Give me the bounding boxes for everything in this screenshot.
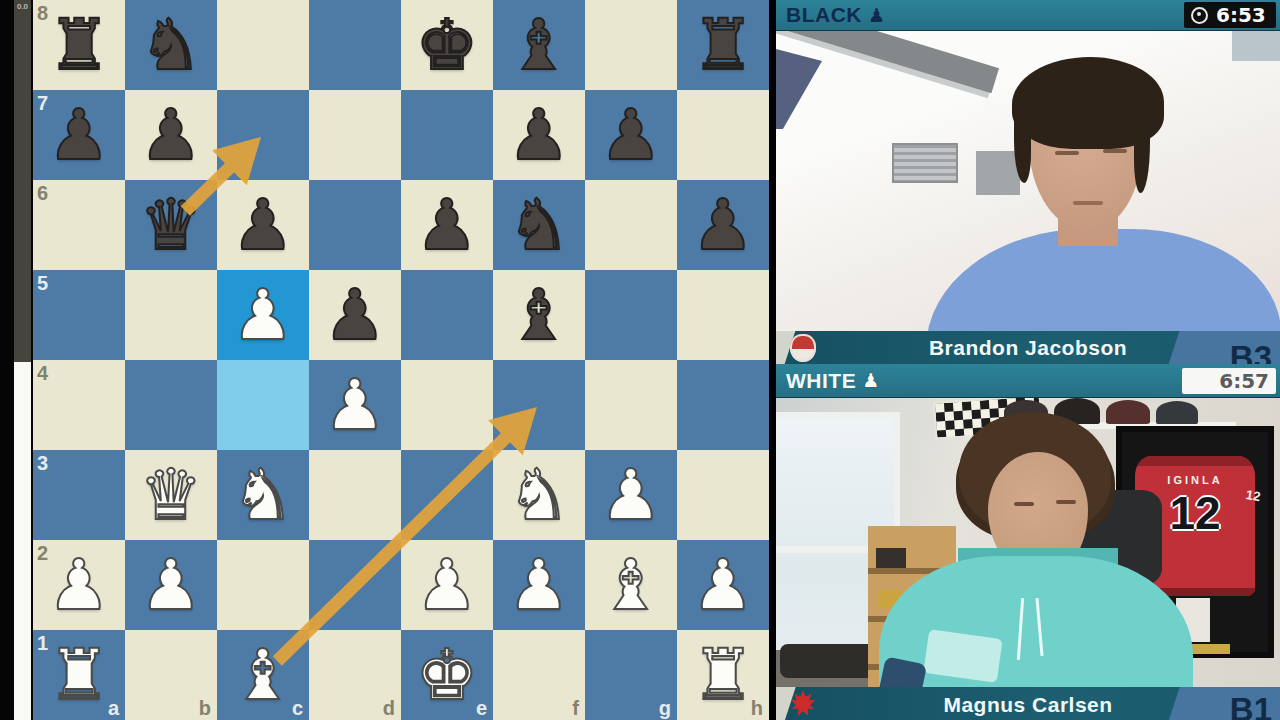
square-c6[interactable]: ♟ xyxy=(217,180,309,270)
square-d4[interactable]: ♟ xyxy=(309,360,401,450)
file-label-b: b xyxy=(199,697,211,720)
webcam-black-player: Brandon Jacobson B3 xyxy=(776,30,1280,364)
square-d3[interactable] xyxy=(309,450,401,540)
piece-white-pawn[interactable]: ♟ xyxy=(677,540,769,630)
player-mouth xyxy=(1073,201,1103,205)
square-f4[interactable] xyxy=(493,360,585,450)
piece-black-pawn[interactable]: ♟ xyxy=(217,180,309,270)
square-b3[interactable]: ♛ xyxy=(125,450,217,540)
black-clock-time: 6:53 xyxy=(1216,3,1266,27)
player-hair-side xyxy=(1134,109,1150,193)
square-a5[interactable]: 5 xyxy=(33,270,125,360)
square-b1[interactable]: b xyxy=(125,630,217,720)
eval-score: 0.0 xyxy=(14,2,31,11)
square-a1[interactable]: 1a♜ xyxy=(33,630,125,720)
square-d8[interactable] xyxy=(309,0,401,90)
square-d5[interactable]: ♟ xyxy=(309,270,401,360)
black-pawn-icon: ♟ xyxy=(868,6,885,25)
square-f2[interactable]: ♟ xyxy=(493,540,585,630)
square-g2[interactable]: ♝ xyxy=(585,540,677,630)
square-b6[interactable]: ♛ xyxy=(125,180,217,270)
file-label-e: e xyxy=(476,697,487,720)
jersey-sleeve-number: 12 xyxy=(1245,487,1262,504)
square-h2[interactable]: ♟ xyxy=(677,540,769,630)
file-label-h: h xyxy=(751,697,763,720)
square-g4[interactable] xyxy=(585,360,677,450)
square-e2[interactable]: ♟ xyxy=(401,540,493,630)
jersey-name-text: IGINLA xyxy=(1135,474,1255,486)
square-f1[interactable]: f xyxy=(493,630,585,720)
piece-black-king[interactable]: ♚ xyxy=(401,0,493,90)
piece-black-pawn[interactable]: ♟ xyxy=(309,270,401,360)
piece-white-queen[interactable]: ♛ xyxy=(125,450,217,540)
rank-label-7: 7 xyxy=(37,92,48,115)
rank-label-3: 3 xyxy=(37,452,48,475)
square-c2[interactable] xyxy=(217,540,309,630)
piece-white-pawn[interactable]: ♟ xyxy=(585,450,677,540)
player-eye xyxy=(1103,149,1127,153)
rank-label-6: 6 xyxy=(37,182,48,205)
rank-label-2: 2 xyxy=(37,542,48,565)
piece-black-bishop[interactable]: ♝ xyxy=(493,270,585,360)
square-d1[interactable]: d xyxy=(309,630,401,720)
white-clock-time: 6:57 xyxy=(1219,369,1269,393)
square-h1[interactable]: h♜ xyxy=(677,630,769,720)
square-d7[interactable] xyxy=(309,90,401,180)
square-c4[interactable] xyxy=(217,360,309,450)
rank-label-1: 1 xyxy=(37,632,48,655)
square-a8[interactable]: 8♜ xyxy=(33,0,125,90)
square-c7[interactable] xyxy=(217,90,309,180)
player-eye xyxy=(1055,151,1079,155)
white-player-bar: WHITE ♟ 6:57 xyxy=(776,364,1280,397)
square-e1[interactable]: e♚ xyxy=(401,630,493,720)
square-h7[interactable] xyxy=(677,90,769,180)
square-e6[interactable]: ♟ xyxy=(401,180,493,270)
timer-icon xyxy=(1191,7,1208,24)
square-e3[interactable] xyxy=(401,450,493,540)
square-d6[interactable] xyxy=(309,180,401,270)
square-c8[interactable] xyxy=(217,0,309,90)
square-a7[interactable]: 7♟ xyxy=(33,90,125,180)
square-e5[interactable] xyxy=(401,270,493,360)
piece-black-pawn[interactable]: ♟ xyxy=(401,180,493,270)
file-label-c: c xyxy=(292,697,303,720)
piece-black-knight[interactable]: ♞ xyxy=(125,0,217,90)
webcam-black-video xyxy=(776,31,1280,364)
piece-black-pawn[interactable]: ♟ xyxy=(125,90,217,180)
shelf-item xyxy=(876,548,906,568)
black-name-bar: Brandon Jacobson B3 xyxy=(776,331,1280,364)
piece-black-pawn[interactable]: ♟ xyxy=(493,90,585,180)
square-h6[interactable]: ♟ xyxy=(677,180,769,270)
corner-object xyxy=(776,49,822,129)
square-g5[interactable] xyxy=(585,270,677,360)
white-clock: 6:57 xyxy=(1182,368,1276,394)
square-h3[interactable] xyxy=(677,450,769,540)
square-f7[interactable]: ♟ xyxy=(493,90,585,180)
piece-white-pawn[interactable]: ♟ xyxy=(309,360,401,450)
chess-board[interactable]: 8♜♞♚♝♜7♟♟♟♟6♛♟♟♞♟5♟♟♝4♟3♛♞♞♟2♟♟♟♟♝♟1a♜bc… xyxy=(33,0,769,720)
square-g6[interactable] xyxy=(585,180,677,270)
black-player-tag: B3 xyxy=(1230,341,1272,364)
white-player-name: Magnus Carlsen xyxy=(776,693,1280,717)
webcam-white-player: IGINLA 12 12 12 xyxy=(776,397,1280,720)
square-a3[interactable]: 3 xyxy=(33,450,125,540)
white-pawn-icon: ♟ xyxy=(862,371,879,390)
wall-vent xyxy=(892,143,958,183)
square-g7[interactable]: ♟ xyxy=(585,90,677,180)
square-e7[interactable] xyxy=(401,90,493,180)
square-a2[interactable]: 2♟ xyxy=(33,540,125,630)
square-g1[interactable]: g xyxy=(585,630,677,720)
square-b8[interactable]: ♞ xyxy=(125,0,217,90)
file-label-a: a xyxy=(108,697,119,720)
square-g8[interactable] xyxy=(585,0,677,90)
square-e8[interactable]: ♚ xyxy=(401,0,493,90)
eval-strip: 0.0 xyxy=(0,0,33,720)
rank-label-5: 5 xyxy=(37,272,48,295)
player-eye xyxy=(1056,500,1076,504)
square-b7[interactable]: ♟ xyxy=(125,90,217,180)
black-player-name: Brandon Jacobson xyxy=(776,336,1280,360)
file-label-d: d xyxy=(383,697,395,720)
piece-black-bishop[interactable]: ♝ xyxy=(493,0,585,90)
board-area: 8♜♞♚♝♜7♟♟♟♟6♛♟♟♞♟5♟♟♝4♟3♛♞♞♟2♟♟♟♟♝♟1a♜bc… xyxy=(33,0,769,720)
black-clock: 6:53 xyxy=(1184,2,1276,28)
square-b2[interactable]: ♟ xyxy=(125,540,217,630)
rank-label-8: 8 xyxy=(37,2,48,25)
piece-white-bishop[interactable]: ♝ xyxy=(585,540,677,630)
white-side-label: WHITE xyxy=(786,369,856,393)
wall-corner xyxy=(1232,31,1280,61)
piece-black-rook[interactable]: ♜ xyxy=(677,0,769,90)
square-a6[interactable]: 6 xyxy=(33,180,125,270)
wall-panel xyxy=(976,151,1020,195)
black-player-bar: BLACK ♟ 6:53 xyxy=(776,0,1280,30)
piece-white-pawn[interactable]: ♟ xyxy=(217,270,309,360)
square-h5[interactable] xyxy=(677,270,769,360)
piece-white-pawn[interactable]: ♟ xyxy=(125,540,217,630)
stream-screen: 0.0 8♜♞♚♝♜7♟♟♟♟6♛♟♟♞♟5♟♟♝4♟3♛♞♞♟2♟♟♟♟♝♟1… xyxy=(0,0,1280,720)
webcam-panel: BLACK ♟ 6:53 xyxy=(776,0,1280,720)
square-h4[interactable] xyxy=(677,360,769,450)
square-b5[interactable] xyxy=(125,270,217,360)
square-a4[interactable]: 4 xyxy=(33,360,125,450)
square-h8[interactable]: ♜ xyxy=(677,0,769,90)
player-hair-side xyxy=(1014,111,1031,183)
piece-black-pawn[interactable]: ♟ xyxy=(585,90,677,180)
eval-bar-white-half xyxy=(14,362,31,720)
square-g3[interactable]: ♟ xyxy=(585,450,677,540)
rank-label-4: 4 xyxy=(37,362,48,385)
square-f6[interactable]: ♞ xyxy=(493,180,585,270)
square-c3[interactable]: ♞ xyxy=(217,450,309,540)
square-c5[interactable]: ♟ xyxy=(217,270,309,360)
piece-white-knight[interactable]: ♞ xyxy=(493,450,585,540)
piece-black-pawn[interactable]: ♟ xyxy=(677,180,769,270)
square-e4[interactable] xyxy=(401,360,493,450)
webcam-white-video: IGINLA 12 12 12 xyxy=(776,398,1280,720)
square-b4[interactable] xyxy=(125,360,217,450)
square-f8[interactable]: ♝ xyxy=(493,0,585,90)
white-player-tag: B1 xyxy=(1230,693,1272,720)
white-name-bar: Magnus Carlsen B1 xyxy=(776,687,1280,720)
square-c1[interactable]: c♝ xyxy=(217,630,309,720)
file-label-g: g xyxy=(659,697,671,720)
cap xyxy=(1106,400,1150,424)
square-f3[interactable]: ♞ xyxy=(493,450,585,540)
piece-white-pawn[interactable]: ♟ xyxy=(493,540,585,630)
piece-black-queen[interactable]: ♛ xyxy=(125,180,217,270)
eval-bar: 0.0 xyxy=(14,0,31,720)
piece-black-knight[interactable]: ♞ xyxy=(493,180,585,270)
square-f5[interactable]: ♝ xyxy=(493,270,585,360)
piece-white-pawn[interactable]: ♟ xyxy=(401,540,493,630)
eval-bar-black-half xyxy=(14,0,31,362)
file-label-f: f xyxy=(572,697,579,720)
cap xyxy=(1156,401,1198,424)
player-eye xyxy=(1014,502,1034,506)
square-d2[interactable] xyxy=(309,540,401,630)
black-side-label: BLACK xyxy=(786,3,862,27)
piece-white-knight[interactable]: ♞ xyxy=(217,450,309,540)
